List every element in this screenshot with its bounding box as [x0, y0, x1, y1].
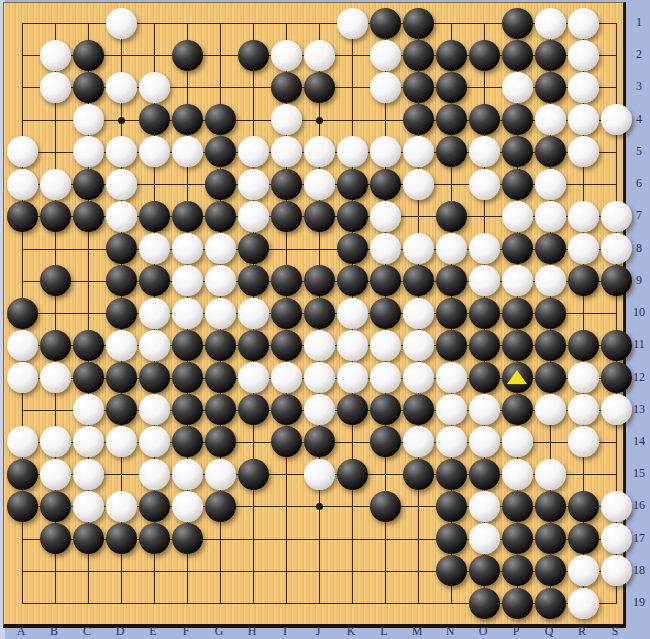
stone-white[interactable]	[370, 136, 401, 167]
stone-black[interactable]	[436, 201, 467, 232]
stone-black[interactable]	[502, 104, 533, 135]
stone-black[interactable]	[502, 169, 533, 200]
stone-white[interactable]	[535, 201, 566, 232]
stone-white[interactable]	[205, 459, 236, 490]
column-label: S	[605, 624, 625, 639]
stone-black[interactable]	[7, 459, 38, 490]
stone-black[interactable]	[139, 265, 170, 296]
row-label: 14	[629, 434, 649, 448]
stone-black[interactable]	[436, 136, 467, 167]
stone-white[interactable]	[469, 491, 500, 522]
stone-black[interactable]	[271, 330, 302, 361]
stone-black[interactable]	[40, 201, 71, 232]
stone-white[interactable]	[535, 459, 566, 490]
stone-white[interactable]	[601, 233, 632, 264]
stone-black[interactable]	[205, 201, 236, 232]
stone-black[interactable]	[271, 201, 302, 232]
stone-white[interactable]	[469, 426, 500, 457]
stone-black[interactable]	[337, 394, 368, 425]
stone-black[interactable]	[271, 169, 302, 200]
stone-white[interactable]	[238, 298, 269, 329]
stone-black[interactable]	[271, 265, 302, 296]
stone-black[interactable]	[535, 362, 566, 393]
stone-white[interactable]	[403, 330, 434, 361]
stone-white[interactable]	[370, 330, 401, 361]
stone-white[interactable]	[106, 330, 137, 361]
stone-black[interactable]	[172, 394, 203, 425]
stone-black[interactable]	[535, 555, 566, 586]
stone-white[interactable]	[403, 362, 434, 393]
stone-white[interactable]	[238, 201, 269, 232]
row-label: 2	[629, 47, 649, 61]
stone-white[interactable]	[73, 136, 104, 167]
column-label: H	[242, 624, 262, 639]
stone-white[interactable]	[568, 233, 599, 264]
stone-white[interactable]	[568, 555, 599, 586]
stone-black[interactable]	[271, 72, 302, 103]
stone-black[interactable]	[403, 265, 434, 296]
column-label: E	[143, 624, 163, 639]
stone-white[interactable]	[370, 362, 401, 393]
stone-black[interactable]	[436, 459, 467, 490]
stone-black[interactable]	[271, 426, 302, 457]
stone-white[interactable]	[568, 136, 599, 167]
stone-white[interactable]	[370, 233, 401, 264]
stone-black[interactable]	[535, 330, 566, 361]
stone-black[interactable]	[403, 8, 434, 39]
stone-black[interactable]	[469, 298, 500, 329]
stone-white[interactable]	[139, 459, 170, 490]
star-point	[316, 503, 323, 510]
stone-black[interactable]	[370, 298, 401, 329]
stone-black[interactable]	[370, 169, 401, 200]
stone-white[interactable]	[469, 169, 500, 200]
stone-black[interactable]	[304, 426, 335, 457]
stone-white[interactable]	[73, 394, 104, 425]
last-move-triangle-icon	[507, 370, 527, 384]
stone-white[interactable]	[469, 233, 500, 264]
column-label: O	[473, 624, 493, 639]
stone-black[interactable]	[502, 233, 533, 264]
stone-black[interactable]	[106, 298, 137, 329]
star-point	[118, 117, 125, 124]
stone-black[interactable]	[139, 362, 170, 393]
stone-black[interactable]	[601, 330, 632, 361]
row-label: 13	[629, 402, 649, 416]
stone-white[interactable]	[403, 298, 434, 329]
column-label: D	[110, 624, 130, 639]
row-label: 6	[629, 176, 649, 190]
stone-white[interactable]	[172, 298, 203, 329]
stone-white[interactable]	[271, 362, 302, 393]
row-label: 19	[629, 595, 649, 609]
stone-black[interactable]	[205, 330, 236, 361]
stone-black[interactable]	[73, 362, 104, 393]
stone-black[interactable]	[139, 201, 170, 232]
stone-black[interactable]	[304, 298, 335, 329]
stone-white[interactable]	[73, 459, 104, 490]
stone-white[interactable]	[502, 201, 533, 232]
stone-white[interactable]	[73, 104, 104, 135]
stone-black[interactable]	[601, 265, 632, 296]
stone-black[interactable]	[535, 298, 566, 329]
stone-black[interactable]	[403, 459, 434, 490]
row-label: 15	[629, 466, 649, 480]
stone-white[interactable]	[172, 233, 203, 264]
stone-white[interactable]	[7, 169, 38, 200]
stone-black[interactable]	[370, 265, 401, 296]
stone-white[interactable]	[436, 394, 467, 425]
column-label: B	[44, 624, 64, 639]
stone-white[interactable]	[370, 72, 401, 103]
stone-white[interactable]	[403, 426, 434, 457]
stone-black[interactable]	[106, 362, 137, 393]
stone-black[interactable]	[535, 523, 566, 554]
stone-white[interactable]	[139, 233, 170, 264]
stone-white[interactable]	[502, 72, 533, 103]
row-label: 9	[629, 273, 649, 287]
stone-black[interactable]	[73, 201, 104, 232]
stone-black[interactable]	[73, 40, 104, 71]
stone-black[interactable]	[436, 104, 467, 135]
stone-black[interactable]	[73, 523, 104, 554]
stone-black[interactable]	[535, 233, 566, 264]
stone-white[interactable]	[7, 426, 38, 457]
column-label: A	[11, 624, 31, 639]
stone-black[interactable]	[502, 491, 533, 522]
column-label: C	[77, 624, 97, 639]
row-label: 10	[629, 305, 649, 319]
stone-black[interactable]	[205, 426, 236, 457]
row-label: 5	[629, 144, 649, 158]
stone-black[interactable]	[436, 555, 467, 586]
stone-white[interactable]	[106, 169, 137, 200]
stone-black[interactable]	[238, 40, 269, 71]
stone-black[interactable]	[370, 491, 401, 522]
stone-black[interactable]	[502, 8, 533, 39]
stone-black[interactable]	[337, 265, 368, 296]
stone-white[interactable]	[40, 72, 71, 103]
stone-white[interactable]	[304, 394, 335, 425]
stone-white[interactable]	[337, 136, 368, 167]
stone-white[interactable]	[271, 40, 302, 71]
stone-white[interactable]	[535, 169, 566, 200]
stone-black[interactable]	[172, 104, 203, 135]
stone-white[interactable]	[271, 136, 302, 167]
stone-black[interactable]	[205, 362, 236, 393]
stone-white[interactable]	[403, 136, 434, 167]
stone-black[interactable]	[601, 362, 632, 393]
stone-white[interactable]	[403, 233, 434, 264]
column-label: Q	[539, 624, 559, 639]
stone-white[interactable]	[535, 104, 566, 135]
stone-black[interactable]	[535, 40, 566, 71]
stone-black[interactable]	[238, 265, 269, 296]
stone-white[interactable]	[535, 8, 566, 39]
column-label: J	[308, 624, 328, 639]
stone-white[interactable]	[436, 362, 467, 393]
stone-white[interactable]	[205, 298, 236, 329]
stone-black[interactable]	[139, 523, 170, 554]
stone-white[interactable]	[172, 459, 203, 490]
column-label: F	[176, 624, 196, 639]
stone-black[interactable]	[238, 233, 269, 264]
stone-white[interactable]	[304, 362, 335, 393]
stone-black[interactable]	[139, 104, 170, 135]
stone-white[interactable]	[205, 265, 236, 296]
stone-white[interactable]	[172, 491, 203, 522]
stone-black[interactable]	[304, 72, 335, 103]
stone-white[interactable]	[40, 459, 71, 490]
stone-white[interactable]	[106, 426, 137, 457]
stone-black[interactable]	[502, 588, 533, 619]
stone-white[interactable]	[7, 330, 38, 361]
stone-white[interactable]	[601, 555, 632, 586]
stone-black[interactable]	[172, 426, 203, 457]
stone-white[interactable]	[337, 8, 368, 39]
stone-white[interactable]	[337, 298, 368, 329]
stone-white[interactable]	[502, 426, 533, 457]
row-label: 11	[629, 337, 649, 351]
stone-white[interactable]	[370, 201, 401, 232]
row-label: 3	[629, 79, 649, 93]
stone-black[interactable]	[205, 394, 236, 425]
stone-black[interactable]	[337, 201, 368, 232]
stone-black[interactable]	[568, 523, 599, 554]
stone-black[interactable]	[73, 169, 104, 200]
stone-black[interactable]	[205, 491, 236, 522]
column-label: M	[407, 624, 427, 639]
stone-white[interactable]	[304, 40, 335, 71]
stone-black[interactable]	[205, 136, 236, 167]
stone-black[interactable]	[40, 491, 71, 522]
stone-black[interactable]	[337, 169, 368, 200]
stone-white[interactable]	[238, 169, 269, 200]
column-label: L	[374, 624, 394, 639]
stone-black[interactable]	[535, 72, 566, 103]
stone-black[interactable]	[238, 394, 269, 425]
stone-black[interactable]	[7, 201, 38, 232]
stone-black[interactable]	[502, 394, 533, 425]
stone-white[interactable]	[304, 459, 335, 490]
stone-black[interactable]	[172, 362, 203, 393]
stone-white[interactable]	[205, 233, 236, 264]
column-label: G	[209, 624, 229, 639]
stone-white[interactable]	[7, 136, 38, 167]
stone-black[interactable]	[535, 136, 566, 167]
stone-white[interactable]	[304, 169, 335, 200]
stone-white[interactable]	[238, 362, 269, 393]
row-label: 4	[629, 112, 649, 126]
stone-black[interactable]	[205, 169, 236, 200]
stone-white[interactable]	[568, 40, 599, 71]
row-label: 17	[629, 531, 649, 545]
stone-black[interactable]	[40, 265, 71, 296]
row-label: 1	[629, 15, 649, 29]
stone-black[interactable]	[403, 72, 434, 103]
stone-white[interactable]	[106, 8, 137, 39]
stone-black[interactable]	[106, 523, 137, 554]
column-label: I	[275, 624, 295, 639]
stone-white[interactable]	[40, 362, 71, 393]
stone-white[interactable]	[40, 426, 71, 457]
stone-white[interactable]	[73, 491, 104, 522]
stone-white[interactable]	[568, 426, 599, 457]
stone-white[interactable]	[568, 362, 599, 393]
stone-black[interactable]	[436, 491, 467, 522]
stone-white[interactable]	[370, 40, 401, 71]
stone-black[interactable]	[172, 330, 203, 361]
stone-white[interactable]	[436, 426, 467, 457]
stone-black[interactable]	[502, 523, 533, 554]
stone-white[interactable]	[568, 104, 599, 135]
stone-white[interactable]	[139, 394, 170, 425]
stone-white[interactable]	[535, 265, 566, 296]
stone-white[interactable]	[337, 330, 368, 361]
stone-black[interactable]	[436, 330, 467, 361]
stone-black[interactable]	[370, 426, 401, 457]
stone-black[interactable]	[403, 104, 434, 135]
stone-black[interactable]	[106, 233, 137, 264]
stone-black[interactable]	[403, 40, 434, 71]
stone-black[interactable]	[370, 394, 401, 425]
column-label: P	[506, 624, 526, 639]
stone-black[interactable]	[73, 330, 104, 361]
stone-black[interactable]	[469, 330, 500, 361]
stone-black[interactable]	[370, 8, 401, 39]
stone-white[interactable]	[40, 169, 71, 200]
stone-black[interactable]	[535, 588, 566, 619]
stone-black[interactable]	[337, 233, 368, 264]
column-label: N	[440, 624, 460, 639]
stone-black[interactable]	[568, 491, 599, 522]
stone-black[interactable]	[205, 104, 236, 135]
stone-white[interactable]	[238, 136, 269, 167]
stone-black[interactable]	[436, 298, 467, 329]
stone-black[interactable]	[304, 201, 335, 232]
stone-black[interactable]	[40, 330, 71, 361]
stone-black[interactable]	[568, 265, 599, 296]
stone-white[interactable]	[106, 491, 137, 522]
stone-black[interactable]	[436, 40, 467, 71]
stone-black[interactable]	[502, 298, 533, 329]
stone-black[interactable]	[502, 136, 533, 167]
stone-white[interactable]	[106, 72, 137, 103]
row-label: 8	[629, 241, 649, 255]
stone-white[interactable]	[568, 201, 599, 232]
stone-white[interactable]	[73, 426, 104, 457]
stone-white[interactable]	[469, 265, 500, 296]
column-label: R	[572, 624, 592, 639]
stone-black[interactable]	[73, 72, 104, 103]
stone-white[interactable]	[40, 40, 71, 71]
stone-black[interactable]	[40, 523, 71, 554]
stone-black[interactable]	[403, 394, 434, 425]
stone-black[interactable]	[502, 40, 533, 71]
stone-black[interactable]	[304, 265, 335, 296]
stone-black[interactable]	[172, 40, 203, 71]
stone-white[interactable]	[502, 459, 533, 490]
stone-black[interactable]	[469, 40, 500, 71]
stone-white[interactable]	[271, 104, 302, 135]
stone-white[interactable]	[568, 8, 599, 39]
stone-black[interactable]	[469, 459, 500, 490]
stone-black[interactable]	[502, 330, 533, 361]
stone-white[interactable]	[7, 362, 38, 393]
stone-white[interactable]	[568, 72, 599, 103]
stone-white[interactable]	[106, 201, 137, 232]
stone-black[interactable]	[469, 362, 500, 393]
go-board[interactable]	[3, 2, 626, 628]
column-label: K	[341, 624, 361, 639]
star-point	[316, 117, 323, 124]
stone-white[interactable]	[436, 233, 467, 264]
stone-white[interactable]	[601, 523, 632, 554]
stone-black[interactable]	[469, 555, 500, 586]
row-label: 7	[629, 208, 649, 222]
stone-black[interactable]	[502, 555, 533, 586]
stone-white[interactable]	[535, 394, 566, 425]
stone-white[interactable]	[568, 588, 599, 619]
stone-black[interactable]	[469, 104, 500, 135]
stone-white[interactable]	[601, 201, 632, 232]
stone-white[interactable]	[469, 394, 500, 425]
stone-white[interactable]	[601, 394, 632, 425]
stone-black[interactable]	[436, 265, 467, 296]
stone-white[interactable]	[139, 330, 170, 361]
stone-white[interactable]	[304, 330, 335, 361]
stone-white[interactable]	[469, 136, 500, 167]
stone-white[interactable]	[304, 136, 335, 167]
stone-white[interactable]	[403, 169, 434, 200]
row-label: 18	[629, 563, 649, 577]
stone-white[interactable]	[172, 136, 203, 167]
stone-black[interactable]	[7, 491, 38, 522]
stone-white[interactable]	[601, 104, 632, 135]
stone-white[interactable]	[568, 394, 599, 425]
stone-black[interactable]	[436, 523, 467, 554]
stone-black[interactable]	[7, 298, 38, 329]
stone-white[interactable]	[172, 265, 203, 296]
stone-white[interactable]	[601, 491, 632, 522]
stone-black[interactable]	[436, 72, 467, 103]
stone-white[interactable]	[106, 136, 137, 167]
stone-white[interactable]	[139, 136, 170, 167]
stone-black[interactable]	[139, 491, 170, 522]
stone-black[interactable]	[172, 201, 203, 232]
row-label: 16	[629, 498, 649, 512]
stone-black[interactable]	[271, 394, 302, 425]
stone-black[interactable]	[172, 523, 203, 554]
stone-black[interactable]	[106, 265, 137, 296]
row-label: 12	[629, 370, 649, 384]
stone-black[interactable]	[568, 330, 599, 361]
stone-white[interactable]	[139, 72, 170, 103]
stone-white[interactable]	[139, 298, 170, 329]
stone-black[interactable]	[238, 330, 269, 361]
stone-white[interactable]	[337, 362, 368, 393]
stone-black[interactable]	[535, 491, 566, 522]
stone-black[interactable]	[337, 459, 368, 490]
stone-white[interactable]	[469, 523, 500, 554]
stone-black[interactable]	[238, 459, 269, 490]
stone-black[interactable]	[106, 394, 137, 425]
stone-black[interactable]	[469, 588, 500, 619]
stone-black[interactable]	[271, 298, 302, 329]
stone-white[interactable]	[139, 426, 170, 457]
stone-white[interactable]	[502, 265, 533, 296]
